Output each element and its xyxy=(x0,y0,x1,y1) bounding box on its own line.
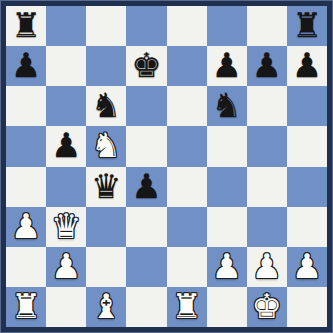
square-c1[interactable]: ♝ xyxy=(86,287,126,327)
piece-black-pawn[interactable]: ♟ xyxy=(131,169,161,203)
square-f4[interactable] xyxy=(207,167,247,207)
square-d6[interactable] xyxy=(126,86,166,126)
square-g5[interactable] xyxy=(247,126,287,166)
square-g4[interactable] xyxy=(247,167,287,207)
piece-white-pawn[interactable]: ♟ xyxy=(252,249,282,283)
square-b7[interactable] xyxy=(46,46,86,86)
chess-board: ♜♜♟♚♟♟♟♞♞♟♞♛♟♟♛♟♟♟♟♜♝♜♚ xyxy=(6,6,327,327)
square-b1[interactable] xyxy=(46,287,86,327)
square-e4[interactable] xyxy=(167,167,207,207)
piece-white-pawn[interactable]: ♟ xyxy=(292,249,322,283)
piece-white-bishop[interactable]: ♝ xyxy=(91,289,121,323)
square-d8[interactable] xyxy=(126,6,166,46)
piece-black-pawn[interactable]: ♟ xyxy=(51,128,81,162)
piece-white-king[interactable]: ♚ xyxy=(252,289,282,323)
square-d4[interactable]: ♟ xyxy=(126,167,166,207)
square-c4[interactable]: ♛ xyxy=(86,167,126,207)
square-c6[interactable]: ♞ xyxy=(86,86,126,126)
square-c5[interactable]: ♞ xyxy=(86,126,126,166)
square-e5[interactable] xyxy=(167,126,207,166)
square-e1[interactable]: ♜ xyxy=(167,287,207,327)
square-e8[interactable] xyxy=(167,6,207,46)
square-f8[interactable] xyxy=(207,6,247,46)
square-f1[interactable] xyxy=(207,287,247,327)
square-e3[interactable] xyxy=(167,207,207,247)
square-d1[interactable] xyxy=(126,287,166,327)
piece-white-knight[interactable]: ♞ xyxy=(91,128,121,162)
piece-black-rook[interactable]: ♜ xyxy=(292,8,322,42)
square-c3[interactable] xyxy=(86,207,126,247)
piece-white-pawn[interactable]: ♟ xyxy=(51,249,81,283)
square-e7[interactable] xyxy=(167,46,207,86)
piece-black-king[interactable]: ♚ xyxy=(131,48,161,82)
square-c8[interactable] xyxy=(86,6,126,46)
piece-black-rook[interactable]: ♜ xyxy=(11,8,41,42)
square-f7[interactable]: ♟ xyxy=(207,46,247,86)
piece-black-knight[interactable]: ♞ xyxy=(211,88,241,122)
square-g7[interactable]: ♟ xyxy=(247,46,287,86)
square-a8[interactable]: ♜ xyxy=(6,6,46,46)
square-b6[interactable] xyxy=(46,86,86,126)
piece-white-pawn[interactable]: ♟ xyxy=(211,249,241,283)
square-f5[interactable] xyxy=(207,126,247,166)
square-f6[interactable]: ♞ xyxy=(207,86,247,126)
square-g6[interactable] xyxy=(247,86,287,126)
piece-white-rook[interactable]: ♜ xyxy=(11,289,41,323)
piece-black-pawn[interactable]: ♟ xyxy=(252,48,282,82)
piece-black-pawn[interactable]: ♟ xyxy=(211,48,241,82)
square-g1[interactable]: ♚ xyxy=(247,287,287,327)
board-frame: ♜♜♟♚♟♟♟♞♞♟♞♛♟♟♛♟♟♟♟♜♝♜♚ xyxy=(0,0,333,333)
square-g8[interactable] xyxy=(247,6,287,46)
square-d2[interactable] xyxy=(126,247,166,287)
square-a6[interactable] xyxy=(6,86,46,126)
piece-black-pawn[interactable]: ♟ xyxy=(11,48,41,82)
square-h8[interactable]: ♜ xyxy=(287,6,327,46)
square-b5[interactable]: ♟ xyxy=(46,126,86,166)
piece-white-rook[interactable]: ♜ xyxy=(171,289,201,323)
square-b8[interactable] xyxy=(46,6,86,46)
square-a3[interactable]: ♟ xyxy=(6,207,46,247)
square-h4[interactable] xyxy=(287,167,327,207)
square-d3[interactable] xyxy=(126,207,166,247)
square-h6[interactable] xyxy=(287,86,327,126)
piece-black-pawn[interactable]: ♟ xyxy=(292,48,322,82)
piece-black-knight[interactable]: ♞ xyxy=(91,88,121,122)
square-h3[interactable] xyxy=(287,207,327,247)
piece-black-queen[interactable]: ♛ xyxy=(91,169,121,203)
square-h1[interactable] xyxy=(287,287,327,327)
piece-white-pawn[interactable]: ♟ xyxy=(11,209,41,243)
square-a1[interactable]: ♜ xyxy=(6,287,46,327)
square-d7[interactable]: ♚ xyxy=(126,46,166,86)
square-f2[interactable]: ♟ xyxy=(207,247,247,287)
square-c7[interactable] xyxy=(86,46,126,86)
square-d5[interactable] xyxy=(126,126,166,166)
square-b4[interactable] xyxy=(46,167,86,207)
square-g3[interactable] xyxy=(247,207,287,247)
square-h7[interactable]: ♟ xyxy=(287,46,327,86)
square-b3[interactable]: ♛ xyxy=(46,207,86,247)
square-e2[interactable] xyxy=(167,247,207,287)
square-b2[interactable]: ♟ xyxy=(46,247,86,287)
square-a2[interactable] xyxy=(6,247,46,287)
square-g2[interactable]: ♟ xyxy=(247,247,287,287)
square-c2[interactable] xyxy=(86,247,126,287)
piece-white-queen[interactable]: ♛ xyxy=(51,209,81,243)
square-h5[interactable] xyxy=(287,126,327,166)
square-a5[interactable] xyxy=(6,126,46,166)
square-f3[interactable] xyxy=(207,207,247,247)
square-h2[interactable]: ♟ xyxy=(287,247,327,287)
square-a7[interactable]: ♟ xyxy=(6,46,46,86)
square-e6[interactable] xyxy=(167,86,207,126)
square-a4[interactable] xyxy=(6,167,46,207)
